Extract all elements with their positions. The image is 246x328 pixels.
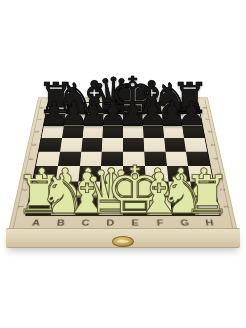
square-d4 (101, 152, 123, 166)
square-b1 (51, 198, 77, 216)
chess-set-product-photo: ABCDEFGH 12345678 12345678 ♜♞♝♛♚♝♞♜♟♟♟♟♟… (0, 0, 246, 328)
brass-clasp (112, 236, 134, 247)
square-e2 (123, 181, 146, 197)
square-c6 (82, 126, 103, 139)
rank-label-right-2: 2 (210, 185, 235, 194)
square-d2 (100, 181, 123, 197)
square-c2 (76, 181, 100, 197)
square-f7 (142, 114, 162, 126)
square-c3 (78, 166, 101, 181)
rank-label-left-8: 8 (31, 105, 51, 111)
board-front-edge (6, 228, 240, 248)
square-g7 (161, 114, 182, 126)
rank-label-right-6: 6 (199, 128, 221, 135)
square-g3 (166, 166, 190, 181)
square-c7 (83, 114, 103, 126)
square-b4 (58, 152, 81, 166)
square-f4 (144, 152, 166, 166)
square-d8 (104, 103, 123, 114)
square-e5 (123, 138, 144, 151)
rank-label-right-1: 1 (213, 202, 239, 212)
square-g8 (160, 103, 180, 114)
board-grid (25, 102, 220, 216)
square-d5 (102, 138, 123, 151)
square-g5 (164, 138, 186, 151)
square-b7 (64, 114, 85, 126)
rank-label-right-7: 7 (197, 116, 218, 123)
square-b8 (65, 103, 85, 114)
square-g1 (170, 198, 196, 216)
square-c4 (80, 152, 102, 166)
square-d7 (103, 114, 123, 126)
square-d6 (103, 126, 123, 139)
square-f5 (143, 138, 165, 151)
rank-label-left-3: 3 (15, 169, 39, 178)
square-e4 (123, 152, 145, 166)
rank-label-left-4: 4 (19, 155, 42, 163)
square-g6 (163, 126, 185, 139)
square-f8 (142, 103, 162, 114)
rank-label-left-7: 7 (28, 116, 49, 123)
chess-board: ABCDEFGH 12345678 12345678 (8, 97, 238, 233)
square-b5 (60, 138, 82, 151)
square-e1 (123, 198, 147, 216)
square-b6 (62, 126, 84, 139)
square-c5 (81, 138, 103, 151)
square-d3 (101, 166, 123, 181)
rank-label-right-5: 5 (201, 141, 224, 149)
rank-label-left-6: 6 (25, 128, 47, 135)
square-g4 (165, 152, 188, 166)
square-e3 (123, 166, 145, 181)
rank-label-left-2: 2 (11, 185, 36, 194)
square-g2 (168, 181, 193, 197)
square-f6 (143, 126, 164, 139)
rank-label-right-3: 3 (207, 169, 231, 178)
rank-label-right-8: 8 (195, 105, 215, 111)
square-d1 (99, 198, 123, 216)
rank-label-left-5: 5 (22, 141, 45, 149)
square-e6 (123, 126, 143, 139)
rank-label-left-1: 1 (7, 202, 33, 212)
square-c8 (85, 103, 105, 114)
square-b2 (53, 181, 78, 197)
square-f3 (145, 166, 168, 181)
square-c1 (75, 198, 100, 216)
square-b3 (56, 166, 80, 181)
board-wooden-frame: ABCDEFGH 12345678 12345678 (8, 97, 238, 233)
square-e7 (123, 114, 143, 126)
rank-label-right-4: 4 (204, 155, 227, 163)
square-f2 (145, 181, 169, 197)
square-e8 (123, 103, 142, 114)
square-f1 (146, 198, 171, 216)
